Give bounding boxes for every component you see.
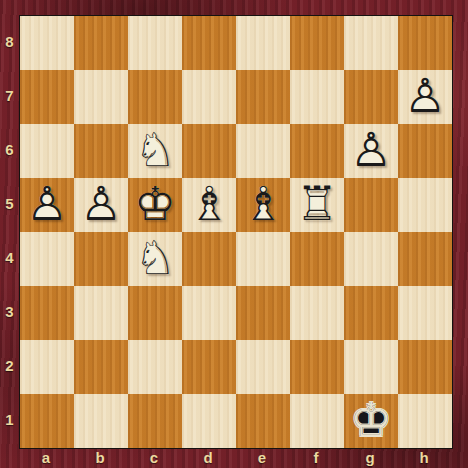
piece-white-pawn-g6[interactable]: ♟♙ [344,124,398,178]
piece-black-king-g1[interactable]: ♚♔ [344,394,398,448]
square-c5[interactable]: ♚♔ [128,178,182,232]
piece-white-knight-c6[interactable]: ♞♘ [128,124,182,178]
square-h8[interactable] [398,16,452,70]
white-bishop-outline-glyph: ♗ [182,178,236,232]
white-knight-outline-glyph: ♘ [128,232,182,286]
square-a8[interactable] [20,16,74,70]
rank-label-8: 8 [0,15,19,69]
square-h6[interactable] [398,124,452,178]
square-b8[interactable] [74,16,128,70]
piece-white-pawn-a5[interactable]: ♟♙ [20,178,74,232]
square-e6[interactable] [236,124,290,178]
square-g1[interactable]: ♚♔ [344,394,398,448]
square-c4[interactable]: ♞♘ [128,232,182,286]
square-a3[interactable] [20,286,74,340]
square-d5[interactable]: ♝♗ [182,178,236,232]
square-c8[interactable] [128,16,182,70]
square-d3[interactable] [182,286,236,340]
file-label-h: h [397,449,451,468]
piece-white-bishop-e5[interactable]: ♝♗ [236,178,290,232]
rank-label-1: 1 [0,393,19,447]
rank-label-6: 6 [0,123,19,177]
square-b4[interactable] [74,232,128,286]
chess-board: ♟♙♞♘♟♙♟♙♟♙♚♔♝♗♝♗♜♖♞♘♚♔ [19,15,453,449]
square-h3[interactable] [398,286,452,340]
piece-white-pawn-b5[interactable]: ♟♙ [74,178,128,232]
square-h4[interactable] [398,232,452,286]
file-label-e: e [235,449,289,468]
white-king-outline-glyph: ♔ [128,178,182,232]
square-a6[interactable] [20,124,74,178]
square-b1[interactable] [74,394,128,448]
rank-label-2: 2 [0,339,19,393]
board-frame: ♟♙♞♘♟♙♟♙♟♙♚♔♝♗♝♗♜♖♞♘♚♔ 87654321 abcdefgh [0,0,468,468]
file-label-f: f [289,449,343,468]
rank-label-3: 3 [0,285,19,339]
square-d4[interactable] [182,232,236,286]
white-bishop-outline-glyph: ♗ [236,178,290,232]
square-e3[interactable] [236,286,290,340]
square-g6[interactable]: ♟♙ [344,124,398,178]
square-a4[interactable] [20,232,74,286]
square-a5[interactable]: ♟♙ [20,178,74,232]
square-g3[interactable] [344,286,398,340]
black-king-outline-glyph: ♔ [344,394,398,448]
piece-white-king-c5[interactable]: ♚♔ [128,178,182,232]
rank-label-4: 4 [0,231,19,285]
square-f8[interactable] [290,16,344,70]
square-c7[interactable] [128,70,182,124]
square-c1[interactable] [128,394,182,448]
square-c6[interactable]: ♞♘ [128,124,182,178]
rank-label-5: 5 [0,177,19,231]
square-e2[interactable] [236,340,290,394]
square-a2[interactable] [20,340,74,394]
square-e8[interactable] [236,16,290,70]
square-b6[interactable] [74,124,128,178]
rank-labels: 87654321 [0,15,19,447]
square-e5[interactable]: ♝♗ [236,178,290,232]
square-d1[interactable] [182,394,236,448]
file-label-b: b [73,449,127,468]
file-label-g: g [343,449,397,468]
square-b7[interactable] [74,70,128,124]
square-h7[interactable]: ♟♙ [398,70,452,124]
square-b5[interactable]: ♟♙ [74,178,128,232]
file-label-c: c [127,449,181,468]
square-g2[interactable] [344,340,398,394]
square-a7[interactable] [20,70,74,124]
piece-white-bishop-d5[interactable]: ♝♗ [182,178,236,232]
file-label-d: d [181,449,235,468]
square-h5[interactable] [398,178,452,232]
square-g4[interactable] [344,232,398,286]
square-f6[interactable] [290,124,344,178]
white-pawn-outline-glyph: ♙ [344,124,398,178]
white-knight-outline-glyph: ♘ [128,124,182,178]
square-c3[interactable] [128,286,182,340]
piece-white-rook-f5[interactable]: ♜♖ [290,178,344,232]
square-g5[interactable] [344,178,398,232]
square-f7[interactable] [290,70,344,124]
square-d6[interactable] [182,124,236,178]
file-labels: abcdefgh [19,449,453,468]
square-f4[interactable] [290,232,344,286]
square-a1[interactable] [20,394,74,448]
piece-white-pawn-h7[interactable]: ♟♙ [398,70,452,124]
square-c2[interactable] [128,340,182,394]
square-e1[interactable] [236,394,290,448]
square-f3[interactable] [290,286,344,340]
rank-label-7: 7 [0,69,19,123]
square-h1[interactable] [398,394,452,448]
square-f5[interactable]: ♜♖ [290,178,344,232]
square-h2[interactable] [398,340,452,394]
piece-white-knight-c4[interactable]: ♞♘ [128,232,182,286]
square-d2[interactable] [182,340,236,394]
white-rook-outline-glyph: ♖ [290,178,344,232]
square-f1[interactable] [290,394,344,448]
square-d8[interactable] [182,16,236,70]
white-pawn-outline-glyph: ♙ [398,70,452,124]
white-pawn-outline-glyph: ♙ [20,178,74,232]
square-e4[interactable] [236,232,290,286]
white-pawn-outline-glyph: ♙ [74,178,128,232]
square-b3[interactable] [74,286,128,340]
square-d7[interactable] [182,70,236,124]
square-e7[interactable] [236,70,290,124]
square-b2[interactable] [74,340,128,394]
square-g7[interactable] [344,70,398,124]
square-f2[interactable] [290,340,344,394]
file-label-a: a [19,449,73,468]
square-g8[interactable] [344,16,398,70]
